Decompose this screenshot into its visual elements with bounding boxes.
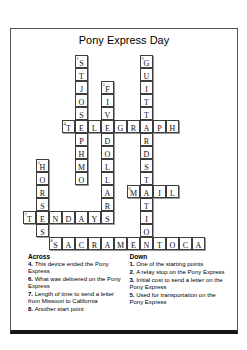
grid-empty-cell [75,224,88,237]
cell-letter: A [193,241,204,250]
grid-empty-cell [192,185,205,198]
grid-empty-cell [127,133,140,146]
grid-cell[interactable]: S [36,198,49,211]
across-clue-4: 4. This device ended the Pony Express [28,261,126,276]
cell-letter: N [50,215,61,224]
cell-letter: G [115,124,126,133]
cell-letter: T [141,111,152,120]
grid-empty-cell [166,146,179,159]
cell-letter: M [115,241,126,250]
grid-empty-cell [192,55,205,68]
grid-cell[interactable]: N [49,211,62,224]
cell-letter: S [76,111,87,120]
cell-letter: O [141,228,152,237]
grid-empty-cell [179,68,192,81]
down-clue-list: 1. One of the starting points2. A relay … [130,261,229,306]
grid-cell[interactable]: M [75,159,88,172]
grid-cell[interactable]: I [101,94,114,107]
cell-letter: A [102,189,113,198]
down-clue-1: 1. One of the starting points [130,261,229,268]
grid-empty-cell [49,120,62,133]
grid-empty-cell [166,133,179,146]
grid-cell[interactable]: O [101,146,114,159]
grid-empty-cell [114,94,127,107]
grid-empty-cell [23,146,36,159]
cell-letter: I [102,98,113,107]
grid-empty-cell [23,55,36,68]
grid-empty-cell [114,146,127,159]
cell-letter: O [37,176,48,185]
grid-empty-cell [192,133,205,146]
grid-empty-cell [62,146,75,159]
grid-empty-cell [192,159,205,172]
grid-cell[interactable]: R [36,185,49,198]
cell-letter: A [141,189,152,198]
grid-empty-cell [114,107,127,120]
grid-cell[interactable]: H [166,120,179,133]
grid-empty-cell [88,68,101,81]
grid-cell[interactable]: U [140,68,153,81]
grid-cell[interactable]: P [75,133,88,146]
grid-empty-cell [75,185,88,198]
grid-cell[interactable]: E [101,120,114,133]
grid-empty-cell [127,211,140,224]
grid-cell[interactable]: H [75,146,88,159]
cell-letter: O [76,98,87,107]
grid-empty-cell [179,133,192,146]
grid-empty-cell [153,159,166,172]
grid-empty-cell [49,185,62,198]
grid-empty-cell [192,198,205,211]
clue-number: 3 [103,82,105,87]
grid-empty-cell [62,81,75,94]
grid-cell[interactable]: 8S [49,237,62,250]
grid-cell[interactable]: R [88,237,101,250]
grid-empty-cell [88,146,101,159]
grid-empty-cell [127,55,140,68]
grid-empty-cell [23,68,36,81]
clues-section: Across 4. This device ended the Pony Exp… [28,253,228,314]
grid-empty-cell [179,172,192,185]
grid-cell[interactable]: T [140,198,153,211]
grid-cell[interactable]: 2G [140,55,153,68]
grid-empty-cell [36,81,49,94]
grid-empty-cell [153,133,166,146]
cell-letter: R [128,124,139,133]
clue-number: 8 [51,238,53,243]
grid-empty-cell [62,224,75,237]
grid-empty-cell [88,159,101,172]
grid-empty-cell [127,224,140,237]
grid-cell[interactable]: L [88,120,101,133]
grid-cell[interactable]: O [75,172,88,185]
grid-cell[interactable]: 6M [127,185,140,198]
clue-number: 2 [142,56,144,61]
cell-letter: T [76,72,87,81]
grid-cell[interactable]: D [101,133,114,146]
grid-empty-cell [49,146,62,159]
grid-empty-cell [36,55,49,68]
grid-empty-cell [88,198,101,211]
grid-empty-cell [114,172,127,185]
cell-letter: O [76,176,87,185]
grid-empty-cell [23,120,36,133]
grid-empty-cell [153,172,166,185]
grid-cell[interactable]: M [114,237,127,250]
grid-empty-cell [23,198,36,211]
worksheet-frame: Pony Express Day 1S2GTUJ3FIOITSVT4TELEGR… [10,28,238,334]
grid-cell[interactable]: R [127,120,140,133]
cell-letter: L [89,124,100,133]
grid-empty-cell [36,146,49,159]
grid-empty-cell [179,94,192,107]
clue-number: 5 [38,160,40,165]
grid-cell[interactable]: N [140,237,153,250]
grid-empty-cell [23,237,36,250]
grid-cell[interactable]: Y [88,211,101,224]
cell-letter: R [141,137,152,146]
crossword-grid: 1S2GTUJ3FIOITSVT4TELEGRAPHPDRHOD5HMLSOOL… [23,55,205,250]
grid-cell[interactable]: S [140,159,153,172]
grid-cell[interactable]: T [75,68,88,81]
grid-empty-cell [179,107,192,120]
grid-empty-cell [88,185,101,198]
grid-cell[interactable]: C [75,237,88,250]
grid-empty-cell [166,68,179,81]
cell-letter: T [141,98,152,107]
grid-empty-cell [49,224,62,237]
down-clue-3: 3. Initial cost to send a letter on the … [130,277,229,292]
grid-empty-cell [127,146,140,159]
grid-empty-cell [192,224,205,237]
cell-letter: O [167,241,178,250]
grid-empty-cell [153,211,166,224]
grid-empty-cell [166,55,179,68]
grid-cell[interactable]: S [36,224,49,237]
grid-empty-cell [114,224,127,237]
grid-cell[interactable]: A [101,237,114,250]
grid-empty-cell [36,94,49,107]
grid-empty-cell [192,94,205,107]
grid-cell[interactable]: L [166,185,179,198]
cell-letter: C [180,241,191,250]
down-header: Down [130,253,229,261]
cell-letter: D [141,150,152,159]
grid-cell[interactable]: S [101,211,114,224]
grid-empty-cell [127,94,140,107]
cell-letter: A [141,124,152,133]
grid-empty-cell [88,224,101,237]
cell-letter: J [76,85,87,94]
grid-cell[interactable]: D [140,146,153,159]
grid-cell[interactable]: 5H [36,159,49,172]
grid-empty-cell [166,94,179,107]
grid-empty-cell [192,107,205,120]
grid-empty-cell [75,198,88,211]
cell-letter: D [63,215,74,224]
cell-letter: T [141,202,152,211]
grid-cell[interactable]: E [127,237,140,250]
grid-empty-cell [114,159,127,172]
grid-empty-cell [127,81,140,94]
grid-empty-cell [153,146,166,159]
grid-empty-cell [114,55,127,68]
grid-empty-cell [23,224,36,237]
grid-cell[interactable]: I [140,81,153,94]
cell-letter: T [154,241,165,250]
grid-empty-cell [166,198,179,211]
cell-letter: I [141,85,152,94]
cell-letter: P [154,124,165,133]
grid-empty-cell [23,107,36,120]
grid-empty-cell [62,172,75,185]
grid-empty-cell [153,198,166,211]
grid-empty-cell [88,172,101,185]
down-clue-2: 2. A relay stop on the Pony Express [130,269,229,276]
grid-empty-cell [153,107,166,120]
grid-empty-cell [23,94,36,107]
grid-cell[interactable]: 7T [23,211,36,224]
cell-letter: E [102,124,113,133]
grid-empty-cell [114,133,127,146]
grid-empty-cell [62,133,75,146]
grid-empty-cell [62,68,75,81]
grid-empty-cell [49,81,62,94]
grid-empty-cell [153,94,166,107]
grid-empty-cell [179,81,192,94]
cell-letter: R [102,202,113,211]
grid-empty-cell [23,133,36,146]
grid-empty-cell [88,94,101,107]
grid-empty-cell [23,172,36,185]
cell-letter: E [37,215,48,224]
grid-empty-cell [192,81,205,94]
cell-letter: C [76,241,87,250]
grid-empty-cell [192,120,205,133]
grid-empty-cell [153,68,166,81]
grid-empty-cell [114,81,127,94]
cell-letter: D [102,137,113,146]
grid-empty-cell [62,198,75,211]
down-clue-5: 5. Used for transportation on the Pony E… [130,292,229,307]
grid-empty-cell [127,198,140,211]
grid-empty-cell [49,172,62,185]
grid-empty-cell [179,185,192,198]
grid-cell[interactable]: L [101,159,114,172]
cell-letter: A [102,241,113,250]
cell-letter: E [76,124,87,133]
grid-cell[interactable]: A [140,185,153,198]
grid-empty-cell [36,133,49,146]
grid-cell[interactable]: T [140,94,153,107]
grid-empty-cell [62,55,75,68]
grid-empty-cell [179,146,192,159]
cell-letter: R [37,189,48,198]
cell-letter: V [102,111,113,120]
grid-cell[interactable]: O [36,172,49,185]
cell-letter: N [141,241,152,250]
cell-letter: S [37,202,48,211]
cell-letter: O [102,150,113,159]
grid-cell[interactable]: A [75,211,88,224]
grid-empty-cell [114,211,127,224]
clue-number: 4 [64,121,66,126]
grid-cell[interactable]: V [101,107,114,120]
grid-empty-cell [127,159,140,172]
grid-empty-cell [192,211,205,224]
clue-number: 6 [129,186,131,191]
grid-cell[interactable]: R [140,133,153,146]
grid-empty-cell [179,120,192,133]
grid-cell[interactable]: R [101,198,114,211]
grid-empty-cell [88,133,101,146]
grid-empty-cell [153,55,166,68]
grid-cell[interactable]: A [192,237,205,250]
grid-empty-cell [23,159,36,172]
grid-empty-cell [166,211,179,224]
grid-cell[interactable]: A [140,120,153,133]
grid-empty-cell [179,211,192,224]
grid-empty-cell [153,81,166,94]
cell-letter: L [102,163,113,172]
grid-empty-cell [166,172,179,185]
grid-cell[interactable]: G [114,120,127,133]
grid-empty-cell [166,81,179,94]
grid-empty-cell [127,68,140,81]
grid-empty-cell [88,107,101,120]
grid-empty-cell [179,159,192,172]
grid-cell[interactable]: O [140,224,153,237]
cell-letter: E [128,241,139,250]
cell-letter: I [141,215,152,224]
clue-number: 1 [77,56,79,61]
cell-letter: T [141,176,152,185]
grid-empty-cell [101,224,114,237]
grid-empty-cell [127,107,140,120]
cell-letter: L [167,189,178,198]
grid-empty-cell [114,68,127,81]
grid-empty-cell [62,159,75,172]
grid-cell[interactable]: I [140,211,153,224]
cell-letter: S [102,215,113,224]
grid-empty-cell [192,68,205,81]
cell-letter: S [141,163,152,172]
cell-letter: L [102,176,113,185]
grid-empty-cell [179,224,192,237]
grid-empty-cell [166,224,179,237]
grid-empty-cell [49,55,62,68]
grid-empty-cell [62,185,75,198]
grid-cell[interactable]: E [75,120,88,133]
cell-letter: A [63,241,74,250]
cell-letter: S [37,228,48,237]
across-clue-7: 7. Length of time to send a letter from … [28,291,126,306]
grid-cell[interactable]: L [101,172,114,185]
grid-empty-cell [101,68,114,81]
cell-letter: U [141,72,152,81]
grid-cell[interactable]: O [75,94,88,107]
grid-cell[interactable]: E [36,211,49,224]
grid-empty-cell [62,107,75,120]
cell-letter: A [76,215,87,224]
grid-empty-cell [23,81,36,94]
grid-empty-cell [36,68,49,81]
grid-empty-cell [179,198,192,211]
grid-cell[interactable]: O [166,237,179,250]
grid-cell[interactable]: D [62,211,75,224]
grid-empty-cell [49,68,62,81]
grid-empty-cell [49,107,62,120]
grid-empty-cell [88,55,101,68]
grid-cell[interactable]: 4T [62,120,75,133]
clue-number: 7 [25,212,27,217]
across-clue-6: 6. What was delivered on the Pony Expres… [28,276,126,291]
grid-empty-cell [192,172,205,185]
across-clues: Across 4. This device ended the Pony Exp… [28,253,130,314]
grid-cell[interactable]: J [75,81,88,94]
worksheet-page: Pony Express Day 1S2GTUJ3FIOITSVT4TELEGR… [0,0,247,350]
grid-cell[interactable]: 1S [75,55,88,68]
cell-letter: R [89,241,100,250]
across-clue-list: 4. This device ended the Pony Express6. … [28,261,126,314]
grid-cell[interactable]: A [62,237,75,250]
grid-cell[interactable]: T [153,237,166,250]
cell-letter: I [154,189,165,198]
cell-letter: Y [89,215,100,224]
grid-cell[interactable]: 3F [101,81,114,94]
grid-empty-cell [36,237,49,250]
grid-empty-cell [101,55,114,68]
grid-empty-cell [62,94,75,107]
grid-cell[interactable]: S [75,107,88,120]
down-clues: Down 1. One of the starting points2. A r… [130,253,229,314]
grid-empty-cell [49,198,62,211]
grid-empty-cell [88,81,101,94]
grid-empty-cell [114,198,127,211]
across-clue-8: 8. Another start point [28,306,126,313]
grid-empty-cell [192,146,205,159]
cell-letter: H [167,124,178,133]
grid-empty-cell [127,172,140,185]
grid-cell[interactable]: C [179,237,192,250]
grid-empty-cell [114,185,127,198]
cell-letter: M [76,163,87,172]
grid-cell[interactable]: T [140,107,153,120]
grid-empty-cell [36,107,49,120]
cell-letter: P [76,137,87,146]
grid-empty-cell [179,55,192,68]
grid-cell[interactable]: A [101,185,114,198]
grid-empty-cell [49,94,62,107]
grid-empty-cell [153,224,166,237]
across-header: Across [28,253,126,261]
grid-empty-cell [166,107,179,120]
grid-cell[interactable]: T [140,172,153,185]
page-title: Pony Express Day [11,34,237,46]
grid-empty-cell [49,133,62,146]
grid-empty-cell [49,159,62,172]
grid-empty-cell [23,185,36,198]
cell-letter: H [76,150,87,159]
grid-cell[interactable]: I [153,185,166,198]
grid-cell[interactable]: P [153,120,166,133]
grid-empty-cell [36,120,49,133]
grid-empty-cell [166,159,179,172]
